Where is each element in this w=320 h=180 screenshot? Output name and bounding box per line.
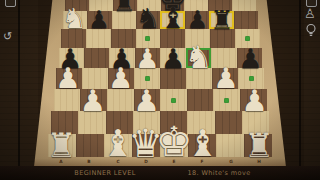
piece-white-knight-a7[interactable]: ♞ (62, 5, 87, 33)
piece-black-bishop-e7[interactable]: ♝ (160, 4, 186, 33)
status-bar: BEGINNER LEVEL 18. White's move (0, 166, 320, 180)
piece-black-pawn-h5[interactable]: ♟ (238, 45, 262, 72)
pawn-icon[interactable]: ♙ (304, 6, 316, 21)
piece-black-pawn-b7[interactable]: ♟ (88, 8, 110, 32)
piece-black-rook-c8[interactable]: ♜ (113, 0, 136, 15)
piece-white-bishop-f1[interactable]: ♝ (186, 126, 219, 163)
piece-white-pawn-a4[interactable]: ♟ (55, 65, 80, 93)
legal-move-dot[interactable] (171, 98, 176, 103)
square-g1[interactable] (216, 134, 244, 157)
piece-white-rook-a1[interactable]: ♜ (46, 129, 76, 162)
file-label-b: B (88, 158, 91, 163)
piece-white-knight-f5[interactable]: ♞ (185, 42, 213, 73)
chess-app-screen: ↺ ♙ BEGINNER LEVEL 18. White's move ABCD… (0, 0, 320, 180)
legal-move-dot[interactable] (145, 36, 150, 41)
legal-move-dot[interactable] (249, 76, 254, 81)
square-e3[interactable] (160, 89, 187, 111)
square-h8[interactable] (232, 0, 256, 11)
level-label: BEGINNER LEVEL (74, 169, 135, 177)
piece-black-knight-d7[interactable]: ♞ (136, 5, 161, 33)
piece-black-pawn-f7[interactable]: ♟ (186, 8, 208, 32)
piece-white-pawn-d3[interactable]: ♟ (133, 86, 160, 116)
piece-white-pawn-d5[interactable]: ♟ (135, 45, 159, 72)
piece-white-pawn-b3[interactable]: ♟ (79, 86, 106, 116)
file-label-g: G (229, 158, 233, 163)
square-h7[interactable] (234, 11, 258, 29)
square-outline-icon[interactable] (5, 0, 16, 7)
legal-move-dot[interactable] (145, 76, 150, 81)
square-b1[interactable] (76, 134, 104, 157)
piece-white-pawn-g4[interactable]: ♟ (213, 65, 238, 93)
undo-icon[interactable]: ↺ (3, 30, 12, 43)
legal-move-dot[interactable] (245, 36, 250, 41)
square-b5[interactable] (84, 48, 109, 68)
piece-white-pawn-c4[interactable]: ♟ (108, 65, 133, 93)
hint-bulb-icon[interactable] (305, 23, 317, 42)
piece-black-pawn-e5[interactable]: ♟ (161, 45, 185, 72)
legal-move-dot[interactable] (224, 98, 229, 103)
move-indicator: 18. White's move (187, 169, 250, 177)
piece-white-pawn-h3[interactable]: ♟ (241, 86, 268, 116)
square-f3[interactable] (187, 89, 214, 111)
piece-white-rook-h1[interactable]: ♜ (244, 129, 274, 162)
piece-black-rook-g7[interactable]: ♜ (210, 7, 233, 33)
